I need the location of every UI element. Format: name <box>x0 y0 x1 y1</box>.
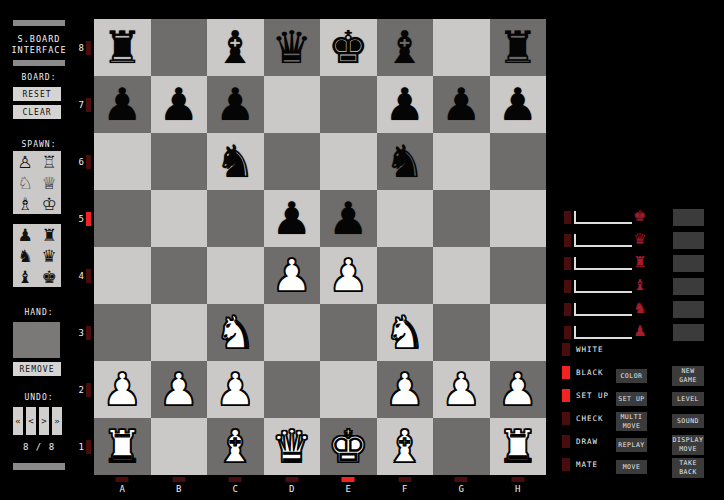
square-b3[interactable] <box>151 304 208 361</box>
undo-forward[interactable]: > <box>39 407 49 435</box>
square-h5[interactable] <box>490 190 547 247</box>
square-a1[interactable]: ♜ <box>94 418 151 475</box>
rook-gauge: ♜ <box>560 255 724 272</box>
white-king: ♚ <box>328 424 368 469</box>
file-led-g <box>455 477 468 482</box>
square-f6[interactable]: ♞ <box>377 133 434 190</box>
file-led-f <box>398 477 411 482</box>
status-black: BLACK <box>560 366 670 380</box>
white-bishop: ♝ <box>385 424 425 469</box>
square-d5[interactable]: ♟ <box>264 190 321 247</box>
pawn-gauge-piece-icon: ♟ <box>630 323 650 340</box>
square-f8[interactable]: ♝ <box>377 19 434 76</box>
square-g1[interactable] <box>433 418 490 475</box>
pawn-gauge: ♟ <box>560 324 724 341</box>
bishop-gauge-led <box>564 280 571 293</box>
square-a7[interactable]: ♟ <box>94 76 151 133</box>
pawn-gauge-axis <box>574 326 632 339</box>
square-c1[interactable]: ♝ <box>207 418 264 475</box>
bishop-gauge: ♝ <box>560 278 724 295</box>
square-h6[interactable] <box>490 133 547 190</box>
black-pawn: ♟ <box>159 82 199 127</box>
square-f3[interactable]: ♞ <box>377 304 434 361</box>
spawn-white-king[interactable]: ♔ <box>37 193 61 214</box>
square-g2[interactable]: ♟ <box>433 361 490 418</box>
rank-label-6: 6 <box>79 157 84 167</box>
square-c7[interactable]: ♟ <box>207 76 264 133</box>
spawn-white-pawn[interactable]: ♙ <box>13 151 37 172</box>
spawn-black-pawn[interactable]: ♟ <box>13 224 37 245</box>
square-e3[interactable] <box>320 304 377 361</box>
square-g6[interactable] <box>433 133 490 190</box>
square-e2[interactable] <box>320 361 377 418</box>
app-title: S.BOARD INTERFACE <box>6 34 72 56</box>
black-knight: ♞ <box>215 139 255 184</box>
piece-gauges: ♚♛♜♝♞♟ <box>560 209 724 347</box>
square-a6[interactable] <box>94 133 151 190</box>
status-black-led <box>562 366 570 379</box>
divider-bar <box>13 60 65 66</box>
status-set-up: SET UP <box>560 389 670 403</box>
remove-button[interactable]: REMOVE <box>13 362 61 376</box>
rank-label-8: 8 <box>79 43 84 53</box>
app-title-line1: S.BOARD <box>6 34 72 45</box>
square-d7[interactable] <box>264 76 321 133</box>
black-pawn: ♟ <box>102 82 142 127</box>
spawn-palette-black: ♟♜♞♛♝♚ <box>13 224 61 287</box>
black-bishop: ♝ <box>385 25 425 70</box>
rank-led-2 <box>86 383 91 397</box>
spawn-black-bishop[interactable]: ♝ <box>13 266 37 287</box>
undo-counter: 8 / 8 <box>13 442 65 452</box>
square-h7[interactable]: ♟ <box>490 76 547 133</box>
rook-gauge-led <box>564 257 571 270</box>
square-a3[interactable] <box>94 304 151 361</box>
black-queen: ♛ <box>272 25 312 70</box>
black-pawn: ♟ <box>215 82 255 127</box>
rank-label-4: 4 <box>79 271 84 281</box>
divider-bar <box>13 20 65 26</box>
black-pawn: ♟ <box>272 196 312 241</box>
black-pawn: ♟ <box>498 82 538 127</box>
rook-gauge-piece-icon: ♜ <box>630 254 650 271</box>
square-d6[interactable] <box>264 133 321 190</box>
square-g7[interactable]: ♟ <box>433 76 490 133</box>
square-a4[interactable] <box>94 247 151 304</box>
file-label-e: E <box>320 484 377 494</box>
undo-first[interactable]: « <box>13 407 23 435</box>
rank-led-7 <box>86 98 91 112</box>
rank-labels: 87654321 <box>68 19 94 475</box>
white-knight: ♞ <box>215 310 255 355</box>
white-pawn: ♟ <box>159 367 199 412</box>
square-b4[interactable] <box>151 247 208 304</box>
file-label-f: F <box>377 484 434 494</box>
divider-bar <box>13 463 65 470</box>
rank-led-4 <box>86 269 91 283</box>
queen-gauge: ♛ <box>560 232 724 249</box>
square-b1[interactable] <box>151 418 208 475</box>
undo-section-label: UNDO: <box>13 393 65 402</box>
square-b2[interactable]: ♟ <box>151 361 208 418</box>
square-d2[interactable] <box>264 361 321 418</box>
square-e7[interactable] <box>320 76 377 133</box>
square-h3[interactable] <box>490 304 547 361</box>
white-queen: ♛ <box>272 424 312 469</box>
square-b6[interactable] <box>151 133 208 190</box>
rook-gauge-axis <box>574 257 632 270</box>
spawn-white-queen[interactable]: ♕ <box>37 172 61 193</box>
white-pawn: ♟ <box>498 367 538 412</box>
square-e8[interactable]: ♚ <box>320 19 377 76</box>
knight-gauge-axis <box>574 303 632 316</box>
status-check-label: CHECK <box>576 414 604 423</box>
chess-board: ♜♝♛♚♝♜♟♟♟♟♟♟♞♞♟♟♟♟♞♞♟♟♟♟♟♟♜♝♛♚♝♜ <box>94 19 546 475</box>
white-bishop: ♝ <box>215 424 255 469</box>
white-pawn: ♟ <box>328 253 368 298</box>
rank-label-2: 2 <box>79 385 84 395</box>
knight-gauge: ♞ <box>560 301 724 318</box>
spawn-section-label: SPAWN: <box>13 140 65 149</box>
status-black-label: BLACK <box>576 368 604 377</box>
white-rook: ♜ <box>102 424 142 469</box>
file-label-d: D <box>264 484 321 494</box>
multi-move-button[interactable]: MULTI MOVE <box>616 412 647 431</box>
square-c5[interactable] <box>207 190 264 247</box>
undo-controls: «<>» <box>13 407 65 435</box>
status-check-led <box>562 412 570 425</box>
square-d4[interactable]: ♟ <box>264 247 321 304</box>
app-title-line2: INTERFACE <box>6 45 72 56</box>
white-pawn: ♟ <box>441 367 481 412</box>
file-led-c <box>229 477 242 482</box>
square-f5[interactable] <box>377 190 434 247</box>
take-back-button[interactable]: TAKE BACK <box>672 458 704 478</box>
hand-section-label: HAND: <box>13 308 65 317</box>
square-f1[interactable]: ♝ <box>377 418 434 475</box>
king-gauge: ♚ <box>560 209 724 226</box>
rook-gauge-display <box>673 255 704 272</box>
white-knight: ♞ <box>385 310 425 355</box>
king-gauge-axis <box>574 211 632 224</box>
black-pawn: ♟ <box>328 196 368 241</box>
square-a5[interactable] <box>94 190 151 247</box>
king-gauge-display <box>673 209 704 226</box>
file-led-e <box>342 477 355 482</box>
square-c8[interactable]: ♝ <box>207 19 264 76</box>
spawn-white-bishop[interactable]: ♗ <box>13 193 37 214</box>
square-h4[interactable] <box>490 247 547 304</box>
rank-label-1: 1 <box>79 442 84 452</box>
square-g4[interactable] <box>433 247 490 304</box>
white-pawn: ♟ <box>215 367 255 412</box>
queen-gauge-led <box>564 234 571 247</box>
square-g3[interactable] <box>433 304 490 361</box>
rank-led-8 <box>86 41 91 55</box>
sound-button[interactable]: SOUND <box>672 414 704 428</box>
rank-led-1 <box>86 440 91 454</box>
square-h1[interactable]: ♜ <box>490 418 547 475</box>
rank-led-3 <box>86 326 91 340</box>
undo-last[interactable]: » <box>52 407 62 435</box>
reset-button[interactable]: RESET <box>13 87 61 101</box>
file-led-d <box>285 477 298 482</box>
knight-gauge-display <box>673 301 704 318</box>
square-b8[interactable] <box>151 19 208 76</box>
knight-gauge-piece-icon: ♞ <box>630 300 650 317</box>
queen-gauge-display <box>673 232 704 249</box>
rank-label-7: 7 <box>79 100 84 110</box>
black-king: ♚ <box>328 25 368 70</box>
sboard-interface-window: S.BOARD INTERFACE BOARD: RESET CLEAR SPA… <box>0 0 724 500</box>
file-led-a <box>116 477 129 482</box>
file-label-c: C <box>207 484 264 494</box>
square-c3[interactable]: ♞ <box>207 304 264 361</box>
spawn-white-knight[interactable]: ♘ <box>13 172 37 193</box>
square-b5[interactable] <box>151 190 208 247</box>
square-c4[interactable] <box>207 247 264 304</box>
file-led-b <box>172 477 185 482</box>
square-f4[interactable] <box>377 247 434 304</box>
square-c2[interactable]: ♟ <box>207 361 264 418</box>
square-c6[interactable]: ♞ <box>207 133 264 190</box>
new-game-button[interactable]: NEW GAME <box>672 366 704 386</box>
black-rook: ♜ <box>102 25 142 70</box>
black-knight: ♞ <box>385 139 425 184</box>
setup-button[interactable]: SET UP <box>616 392 647 406</box>
level-button[interactable]: LEVEL <box>672 392 704 406</box>
file-label-h: H <box>490 484 547 494</box>
black-pawn: ♟ <box>441 82 481 127</box>
black-pawn: ♟ <box>385 82 425 127</box>
square-d1[interactable]: ♛ <box>264 418 321 475</box>
file-led-h <box>511 477 524 482</box>
square-g5[interactable] <box>433 190 490 247</box>
square-e6[interactable] <box>320 133 377 190</box>
status-set-up-label: SET UP <box>576 391 609 400</box>
queen-gauge-axis <box>574 234 632 247</box>
square-a8[interactable]: ♜ <box>94 19 151 76</box>
file-labels: ABCDEFGH <box>94 474 546 498</box>
rank-led-6 <box>86 155 91 169</box>
hand-box[interactable] <box>13 322 60 358</box>
file-label-b: B <box>151 484 208 494</box>
square-h8[interactable]: ♜ <box>490 19 547 76</box>
status-check: CHECK <box>560 412 670 426</box>
king-gauge-led <box>564 211 571 224</box>
white-rook: ♜ <box>498 424 538 469</box>
status-mate-led <box>562 458 570 471</box>
square-f2[interactable]: ♟ <box>377 361 434 418</box>
status-mate-label: MATE <box>576 460 598 469</box>
board-section-label: BOARD: <box>13 73 65 82</box>
square-f7[interactable]: ♟ <box>377 76 434 133</box>
rank-led-5 <box>86 212 91 226</box>
file-label-a: A <box>94 484 151 494</box>
clear-button[interactable]: CLEAR <box>13 105 61 119</box>
status-indicators: WHITEBLACKSET UPCHECKDRAWMATE <box>560 343 670 481</box>
spawn-black-queen[interactable]: ♛ <box>37 245 61 266</box>
square-b7[interactable]: ♟ <box>151 76 208 133</box>
pawn-gauge-led <box>564 326 571 339</box>
square-g8[interactable] <box>433 19 490 76</box>
status-draw: DRAW <box>560 435 670 449</box>
undo-back[interactable]: < <box>26 407 36 435</box>
knight-gauge-led <box>564 303 571 316</box>
spawn-black-knight[interactable]: ♞ <box>13 245 37 266</box>
bishop-gauge-axis <box>574 280 632 293</box>
square-e4[interactable]: ♟ <box>320 247 377 304</box>
white-pawn: ♟ <box>102 367 142 412</box>
pawn-gauge-display <box>673 324 704 341</box>
square-d8[interactable]: ♛ <box>264 19 321 76</box>
king-gauge-piece-icon: ♚ <box>630 208 650 225</box>
square-a2[interactable]: ♟ <box>94 361 151 418</box>
status-white-label: WHITE <box>576 345 604 354</box>
bishop-gauge-piece-icon: ♝ <box>630 277 650 294</box>
move-button[interactable]: MOVE <box>616 460 647 474</box>
status-mate: MATE <box>560 458 670 472</box>
white-pawn: ♟ <box>272 253 312 298</box>
square-e1[interactable]: ♚ <box>320 418 377 475</box>
square-e5[interactable]: ♟ <box>320 190 377 247</box>
status-set-up-led <box>562 389 570 402</box>
spawn-white-rook[interactable]: ♖ <box>37 151 61 172</box>
black-rook: ♜ <box>498 25 538 70</box>
spawn-black-king[interactable]: ♚ <box>37 266 61 287</box>
status-draw-label: DRAW <box>576 437 598 446</box>
square-h2[interactable]: ♟ <box>490 361 547 418</box>
status-white-led <box>562 343 570 356</box>
status-draw-led <box>562 435 570 448</box>
file-label-g: G <box>433 484 490 494</box>
bishop-gauge-display <box>673 278 704 295</box>
white-pawn: ♟ <box>385 367 425 412</box>
rank-label-3: 3 <box>79 328 84 338</box>
color-button[interactable]: COLOR <box>616 369 647 383</box>
display-move-button[interactable]: DISPLAY MOVE <box>672 435 704 455</box>
status-white: WHITE <box>560 343 670 357</box>
square-d3[interactable] <box>264 304 321 361</box>
black-bishop: ♝ <box>215 25 255 70</box>
replay-button[interactable]: REPLAY <box>616 438 647 452</box>
spawn-palette-white: ♙♖♘♕♗♔ <box>13 151 61 214</box>
queen-gauge-piece-icon: ♛ <box>630 231 650 248</box>
rank-label-5: 5 <box>79 214 84 224</box>
spawn-black-rook[interactable]: ♜ <box>37 224 61 245</box>
